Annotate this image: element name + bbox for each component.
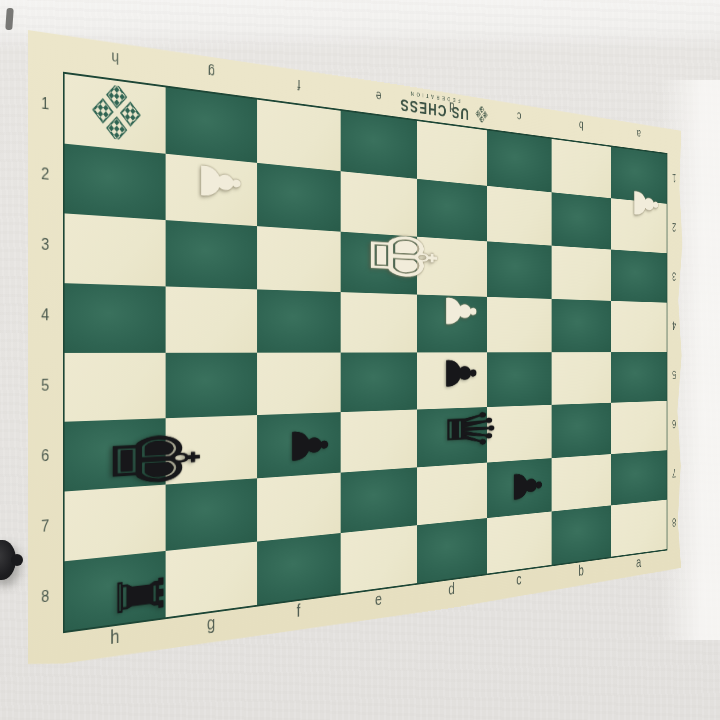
board-grid — [63, 72, 668, 634]
chess-board-plane: US CHESS FEDERATION hh11gg22ff33ee44dd55… — [28, 28, 683, 673]
rank-label-left-1: 1 — [34, 94, 56, 113]
file-label-top-f: f — [290, 76, 307, 93]
rank-label-right-1: 1 — [669, 172, 680, 185]
square-e1[interactable] — [341, 111, 417, 179]
square-a8[interactable] — [611, 500, 666, 557]
photo-scene: US CHESS FEDERATION hh11gg22ff33ee44dd55… — [0, 0, 720, 720]
file-label-bottom-c: c — [512, 570, 525, 588]
square-b4[interactable] — [552, 299, 612, 352]
black-pawn-glyph: ♟ — [508, 465, 546, 506]
square-g1[interactable] — [166, 87, 258, 162]
file-label-bottom-h: h — [104, 625, 125, 648]
rank-label-right-2: 2 — [669, 221, 680, 234]
square-d1[interactable] — [417, 121, 487, 186]
file-label-top-e: e — [371, 88, 387, 104]
square-g3[interactable] — [166, 220, 258, 289]
offboard-captured-piece — [0, 540, 16, 580]
square-g8[interactable] — [166, 542, 258, 618]
square-a6[interactable] — [611, 401, 666, 454]
square-b5[interactable] — [552, 352, 612, 405]
file-label-bottom-d: d — [444, 579, 458, 598]
black-queen-glyph: ♛ — [436, 406, 500, 452]
black-rook-glyph: ♜ — [106, 567, 169, 623]
file-label-bottom-g: g — [202, 612, 221, 634]
square-c5[interactable] — [487, 352, 552, 407]
white-pawn-glyph: ♟ — [439, 291, 480, 331]
square-c3[interactable] — [487, 241, 552, 299]
file-label-top-g: g — [202, 63, 221, 81]
square-h4[interactable] — [65, 283, 166, 353]
square-f1[interactable] — [257, 100, 340, 171]
square-c8[interactable] — [487, 512, 552, 574]
file-label-bottom-b: b — [575, 561, 587, 578]
file-label-top-c: c — [512, 109, 525, 124]
rank-label-left-2: 2 — [34, 165, 56, 184]
black-pawn-glyph: ♟ — [439, 353, 480, 393]
white-pawn-glyph: ♟ — [192, 157, 246, 206]
us-chess-crest-icon — [474, 102, 490, 124]
white-king-glyph: ♚ — [355, 227, 446, 284]
rank-label-left-3: 3 — [34, 236, 56, 254]
square-g5[interactable] — [166, 352, 258, 418]
file-label-bottom-f: f — [290, 600, 307, 621]
square-a5[interactable] — [611, 352, 666, 403]
square-h1[interactable] — [65, 74, 166, 154]
file-label-bottom-e: e — [371, 589, 387, 609]
square-g4[interactable] — [166, 286, 258, 352]
square-h3[interactable] — [65, 213, 166, 286]
board-crest-icon — [82, 82, 149, 147]
white-pawn-glyph: ♟ — [629, 185, 662, 223]
square-e7[interactable] — [341, 468, 417, 534]
square-a3[interactable] — [611, 249, 666, 302]
square-a7[interactable] — [611, 450, 666, 505]
file-label-bottom-a: a — [633, 554, 644, 571]
file-label-top-h: h — [104, 48, 125, 67]
square-c1[interactable] — [487, 130, 552, 192]
square-b6[interactable] — [552, 403, 612, 458]
rank-label-left-6: 6 — [34, 447, 56, 465]
square-g7[interactable] — [166, 479, 258, 552]
file-label-top-d: d — [444, 99, 458, 115]
rank-label-right-8: 8 — [669, 515, 680, 528]
square-b1[interactable] — [552, 139, 612, 198]
square-b2[interactable] — [552, 192, 612, 249]
rank-label-right-5: 5 — [669, 369, 680, 381]
rank-label-left-7: 7 — [34, 516, 56, 535]
square-f2[interactable] — [257, 163, 340, 232]
square-e6[interactable] — [341, 410, 417, 473]
square-h2[interactable] — [65, 144, 166, 220]
rank-label-left-8: 8 — [34, 586, 56, 605]
square-h5[interactable] — [65, 352, 166, 422]
square-h7[interactable] — [65, 485, 166, 562]
square-c2[interactable] — [487, 186, 552, 246]
square-d8[interactable] — [417, 518, 487, 583]
square-e5[interactable] — [341, 352, 417, 412]
offboard-piece-knob — [11, 554, 23, 566]
rank-label-right-7: 7 — [669, 466, 680, 479]
square-f8[interactable] — [257, 533, 340, 605]
rank-label-left-5: 5 — [34, 377, 56, 394]
rank-label-right-3: 3 — [669, 270, 680, 282]
square-f5[interactable] — [257, 352, 340, 415]
square-f4[interactable] — [257, 289, 340, 352]
square-b8[interactable] — [552, 505, 612, 564]
rank-label-left-4: 4 — [34, 306, 56, 323]
square-f3[interactable] — [257, 226, 340, 292]
file-label-top-b: b — [575, 118, 587, 132]
square-e8[interactable] — [341, 525, 417, 593]
black-king-glyph: ♚ — [92, 427, 211, 493]
square-a4[interactable] — [611, 301, 666, 352]
black-pawn-glyph: ♟ — [284, 423, 333, 468]
corner-mark — [5, 8, 14, 30]
square-f7[interactable] — [257, 473, 340, 542]
file-label-top-a: a — [633, 127, 644, 141]
square-d7[interactable] — [417, 463, 487, 526]
vinyl-chess-board: US CHESS FEDERATION hh11gg22ff33ee44dd55… — [28, 28, 683, 673]
rank-label-right-4: 4 — [669, 319, 680, 331]
square-b7[interactable] — [552, 454, 612, 511]
square-b3[interactable] — [552, 245, 612, 300]
rank-label-right-6: 6 — [669, 418, 680, 430]
square-c4[interactable] — [487, 297, 552, 352]
square-e4[interactable] — [341, 292, 417, 352]
